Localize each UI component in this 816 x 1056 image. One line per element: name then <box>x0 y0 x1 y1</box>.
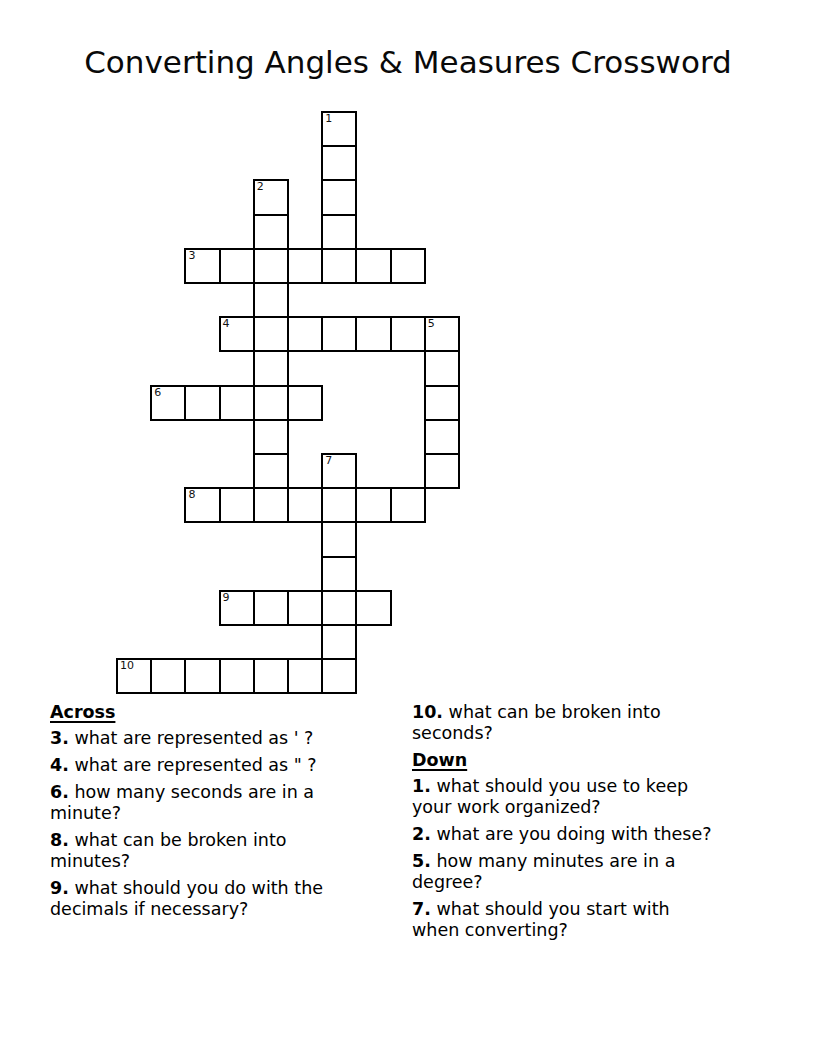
grid-cell[interactable] <box>253 282 289 318</box>
clue-8: 8. what can be broken intominutes? <box>50 830 380 872</box>
grid-cell[interactable] <box>253 658 289 694</box>
grid-cell[interactable] <box>390 487 426 523</box>
clue-number: 8. <box>50 830 69 850</box>
grid-cell[interactable] <box>287 385 323 421</box>
grid-cell[interactable] <box>219 248 255 284</box>
grid-cell[interactable] <box>253 590 289 626</box>
grid-cell[interactable] <box>287 487 323 523</box>
clue-6: 6. how many seconds are in aminute? <box>50 782 380 824</box>
grid-cell[interactable] <box>219 658 255 694</box>
down-heading: Down <box>412 750 762 771</box>
grid-cell[interactable] <box>321 316 357 352</box>
grid-cell[interactable]: 5 <box>424 316 460 352</box>
cell-number: 3 <box>188 250 195 262</box>
clue-5: 5. how many minutes are in adegree? <box>412 851 762 893</box>
grid-cell[interactable] <box>390 316 426 352</box>
grid-cell[interactable] <box>321 179 357 215</box>
grid-cell[interactable] <box>424 419 460 455</box>
clue-number: 5. <box>412 851 431 871</box>
grid-cell[interactable]: 2 <box>253 179 289 215</box>
grid-cell[interactable] <box>424 453 460 489</box>
grid-cell[interactable] <box>424 350 460 386</box>
cell-number: 7 <box>325 455 332 467</box>
grid-cell[interactable] <box>321 658 357 694</box>
worksheet-page: { "game": "crossword", "title": "Convert… <box>0 0 816 1056</box>
grid-cell[interactable]: 1 <box>321 111 357 147</box>
grid-cell[interactable] <box>184 658 220 694</box>
grid-cell[interactable] <box>321 521 357 557</box>
cell-number: 10 <box>120 660 134 672</box>
cell-number: 5 <box>428 318 435 330</box>
clue-10: 10. what can be broken intoseconds? <box>412 702 762 744</box>
clue-9: 9. what should you do with thedecimals i… <box>50 878 380 920</box>
grid-cell[interactable] <box>355 316 391 352</box>
grid-cell[interactable] <box>424 385 460 421</box>
grid-cell[interactable] <box>253 248 289 284</box>
grid-cell[interactable]: 6 <box>150 385 186 421</box>
grid-cell[interactable]: 7 <box>321 453 357 489</box>
puzzle-title: Converting Angles & Measures Crossword <box>0 44 816 80</box>
cell-number: 4 <box>223 318 230 330</box>
grid-cell[interactable] <box>390 248 426 284</box>
grid-cell[interactable] <box>150 658 186 694</box>
across-clue-list: 3. what are represented as ' ?4. what ar… <box>50 728 380 920</box>
grid-cell[interactable]: 9 <box>219 590 255 626</box>
clue-number: 6. <box>50 782 69 802</box>
grid-cell[interactable] <box>321 487 357 523</box>
clue-1: 1. what should you use to keepyour work … <box>412 776 762 818</box>
grid-cell[interactable]: 10 <box>116 658 152 694</box>
grid-cell[interactable] <box>321 556 357 592</box>
crossword-grid: 12345678910 <box>116 111 462 696</box>
grid-cell[interactable] <box>355 487 391 523</box>
cell-number: 6 <box>154 387 161 399</box>
clue-3: 3. what are represented as ' ? <box>50 728 380 749</box>
cell-number: 1 <box>325 113 332 125</box>
clue-2: 2. what are you doing with these? <box>412 824 762 845</box>
grid-cell[interactable] <box>355 590 391 626</box>
grid-cell[interactable] <box>321 590 357 626</box>
across-clues-column: Across 3. what are represented as ' ?4. … <box>50 702 380 926</box>
grid-cell[interactable] <box>219 385 255 421</box>
grid-cell[interactable] <box>253 385 289 421</box>
clue-number: 2. <box>412 824 431 844</box>
clue-4: 4. what are represented as " ? <box>50 755 380 776</box>
grid-cell[interactable]: 4 <box>219 316 255 352</box>
cell-number: 2 <box>257 181 264 193</box>
grid-cell[interactable] <box>253 350 289 386</box>
grid-cell[interactable]: 8 <box>184 487 220 523</box>
grid-cell[interactable] <box>287 590 323 626</box>
grid-cell[interactable] <box>321 624 357 660</box>
cell-number: 8 <box>188 489 195 501</box>
clue-number: 1. <box>412 776 431 796</box>
grid-cell[interactable] <box>184 385 220 421</box>
grid-cell[interactable] <box>287 248 323 284</box>
clue-7: 7. what should you start withwhen conver… <box>412 899 762 941</box>
grid-cell[interactable] <box>287 316 323 352</box>
grid-cell[interactable] <box>253 214 289 250</box>
cell-number: 9 <box>223 592 230 604</box>
clue-number: 3. <box>50 728 69 748</box>
grid-cell[interactable] <box>253 487 289 523</box>
across-heading: Across <box>50 702 380 723</box>
grid-cell[interactable] <box>253 316 289 352</box>
grid-cell[interactable] <box>321 214 357 250</box>
clue-number: 4. <box>50 755 69 775</box>
across-clue-overflow-list: 10. what can be broken intoseconds? <box>412 702 762 744</box>
grid-cell[interactable] <box>253 419 289 455</box>
down-clue-list: 1. what should you use to keepyour work … <box>412 776 762 941</box>
right-clues-column: 10. what can be broken intoseconds? Down… <box>412 702 762 947</box>
grid-cell[interactable] <box>321 248 357 284</box>
grid-cell[interactable] <box>253 453 289 489</box>
grid-cell[interactable] <box>321 145 357 181</box>
clue-number: 7. <box>412 899 431 919</box>
grid-cell[interactable]: 3 <box>184 248 220 284</box>
grid-cell[interactable] <box>355 248 391 284</box>
clue-number: 10. <box>412 702 443 722</box>
grid-cell[interactable] <box>287 658 323 694</box>
clue-number: 9. <box>50 878 69 898</box>
grid-cell[interactable] <box>219 487 255 523</box>
